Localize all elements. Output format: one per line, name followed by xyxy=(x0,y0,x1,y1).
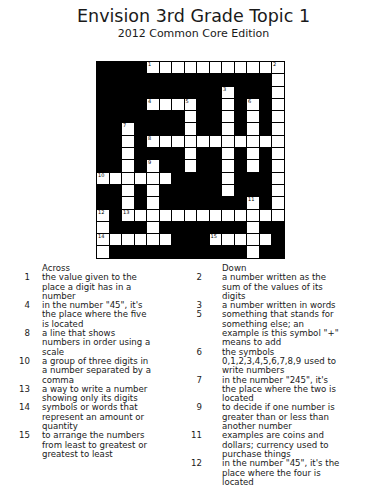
letter-cell-r7c12[interactable] xyxy=(235,136,247,147)
letter-cell-r15c10[interactable]: 15 xyxy=(210,234,222,245)
letter-cell-r7c5[interactable]: 8 xyxy=(147,136,159,147)
block-cell-r4c3 xyxy=(122,99,134,110)
letter-cell-r13c12[interactable] xyxy=(235,210,247,221)
block-cell-r8c10 xyxy=(210,148,222,159)
block-cell-r12c7 xyxy=(172,197,184,208)
letter-cell-r7c6[interactable] xyxy=(160,136,172,147)
block-cell-r9c7 xyxy=(172,160,184,171)
block-cell-r2c11 xyxy=(222,74,234,85)
letter-cell-r15c12[interactable] xyxy=(235,234,247,245)
block-cell-r8c6 xyxy=(160,148,172,159)
letter-cell-r1c7[interactable] xyxy=(172,62,184,73)
block-cell-r12c1 xyxy=(97,197,109,208)
letter-cell-r15c13[interactable] xyxy=(247,234,259,245)
letter-cell-r5c15[interactable] xyxy=(272,111,284,122)
clue-number: 13 xyxy=(12,385,30,394)
block-cell-r5c4 xyxy=(135,111,147,122)
letter-cell-r10c11[interactable] xyxy=(222,173,234,184)
clue-across-8: 8a line that shows numbers in order usin… xyxy=(12,329,180,357)
block-cell-r14c4 xyxy=(135,222,147,233)
block-cell-r6c5 xyxy=(147,123,159,134)
letter-cell-r15c14[interactable] xyxy=(260,234,272,245)
letter-cell-r8c3[interactable] xyxy=(122,148,134,159)
block-cell-r4c1 xyxy=(97,99,109,110)
letter-cell-r13c11[interactable] xyxy=(222,210,234,221)
letter-cell-r8c13[interactable] xyxy=(247,148,259,159)
letter-cell-r12c3[interactable] xyxy=(122,197,134,208)
block-cell-r16c10 xyxy=(210,246,222,257)
block-cell-r9c1 xyxy=(97,160,109,171)
letter-cell-r13c4[interactable] xyxy=(135,210,147,221)
clue-text: in the number "245", it's the place wher… xyxy=(222,376,368,404)
letter-cell-r7c15[interactable] xyxy=(272,136,284,147)
letter-cell-r1c15[interactable]: 2 xyxy=(272,62,284,73)
block-cell-r16c9 xyxy=(197,246,209,257)
block-cell-r1c2 xyxy=(110,62,122,73)
block-cell-r3c1 xyxy=(97,87,109,98)
letter-cell-r11c11[interactable] xyxy=(222,185,234,196)
block-cell-r2c2 xyxy=(110,74,122,85)
clue-across-1: 1the value given to the place a digit ha… xyxy=(12,273,180,301)
cell-number-6: 6 xyxy=(248,99,251,104)
block-cell-r16c11 xyxy=(222,246,234,257)
cell-number-11: 11 xyxy=(248,197,254,202)
block-cell-r10c7 xyxy=(172,173,184,184)
clue-number: 8 xyxy=(12,329,30,338)
block-cell-r4c14 xyxy=(260,99,272,110)
letter-cell-r6c11[interactable] xyxy=(222,123,234,134)
clue-number: 10 xyxy=(12,357,30,366)
cell-number-5: 5 xyxy=(186,99,189,104)
cell-number-12: 12 xyxy=(98,210,104,215)
block-cell-r6c1 xyxy=(97,123,109,134)
letter-cell-r1c11[interactable] xyxy=(222,62,234,73)
letter-cell-r14c13[interactable] xyxy=(247,222,259,233)
clue-down-6: 6the symbols 0,1,2,3,4,5,6,7,8,9 used to… xyxy=(184,348,370,376)
block-cell-r11c1 xyxy=(97,185,109,196)
letter-cell-r7c9[interactable] xyxy=(197,136,209,147)
block-cell-r12c4 xyxy=(135,197,147,208)
letter-cell-r7c7[interactable] xyxy=(172,136,184,147)
across-clues-column: Across 1the value given to the place a d… xyxy=(12,264,180,459)
clue-number: 6 xyxy=(184,348,202,357)
block-cell-r3c3 xyxy=(122,87,134,98)
clue-text: a line that shows numbers in order using… xyxy=(42,329,178,357)
block-cell-r2c9 xyxy=(197,74,209,85)
letter-cell-r14c5[interactable] xyxy=(147,222,159,233)
letter-cell-r4c8[interactable]: 5 xyxy=(185,99,197,110)
block-cell-r2c8 xyxy=(185,74,197,85)
letter-cell-r12c5[interactable] xyxy=(147,197,159,208)
block-cell-r11c4 xyxy=(135,185,147,196)
block-cell-r5c10 xyxy=(210,111,222,122)
block-cell-r2c6 xyxy=(160,74,172,85)
block-cell-r12c6 xyxy=(160,197,172,208)
letter-cell-r13c6[interactable] xyxy=(160,210,172,221)
letter-cell-r4c6[interactable] xyxy=(160,99,172,110)
block-cell-r2c4 xyxy=(135,74,147,85)
clue-number: 12 xyxy=(184,459,202,468)
cell-number-7: 7 xyxy=(123,123,126,128)
block-cell-r12c8 xyxy=(185,197,197,208)
block-cell-r3c6 xyxy=(160,87,172,98)
page-subtitle: 2012 Common Core Edition xyxy=(0,27,387,40)
block-cell-r9c12 xyxy=(235,160,247,171)
letter-cell-r1c6[interactable] xyxy=(160,62,172,73)
letter-cell-r4c15[interactable] xyxy=(272,99,284,110)
letter-cell-r7c13[interactable] xyxy=(247,136,259,147)
letter-cell-r4c7[interactable] xyxy=(172,99,184,110)
clue-down-12: 12in the number "45", it's the place whe… xyxy=(184,459,370,487)
block-cell-r11c10 xyxy=(210,185,222,196)
clue-text: a number written as the sum of the value… xyxy=(222,273,368,301)
letter-cell-r4c11[interactable] xyxy=(222,99,234,110)
block-cell-r3c7 xyxy=(172,87,184,98)
block-cell-r2c14 xyxy=(260,74,272,85)
block-cell-r14c10 xyxy=(210,222,222,233)
letter-cell-r11c15[interactable] xyxy=(272,185,284,196)
letter-cell-r8c15[interactable] xyxy=(272,148,284,159)
block-cell-r9c14 xyxy=(260,160,272,171)
clue-text: a way to write a number showing only its… xyxy=(42,385,178,404)
block-cell-r14c15 xyxy=(272,222,284,233)
block-cell-r11c2 xyxy=(110,185,122,196)
clue-text: to arrange the numbers from least to gre… xyxy=(42,431,178,459)
clue-across-13: 13a way to write a number showing only i… xyxy=(12,385,180,404)
block-cell-r1c1 xyxy=(97,62,109,73)
block-cell-r5c1 xyxy=(97,111,109,122)
letter-cell-r3c11[interactable]: 3 xyxy=(222,87,234,98)
block-cell-r2c3 xyxy=(122,74,134,85)
block-cell-r8c2 xyxy=(110,148,122,159)
letter-cell-r7c11[interactable] xyxy=(222,136,234,147)
block-cell-r15c9 xyxy=(197,234,209,245)
block-cell-r10c9 xyxy=(197,173,209,184)
block-cell-r11c6 xyxy=(160,185,172,196)
letter-cell-r8c8[interactable] xyxy=(185,148,197,159)
letter-cell-r3c15[interactable] xyxy=(272,87,284,98)
block-cell-r12c12 xyxy=(235,197,247,208)
letter-cell-r9c13[interactable] xyxy=(247,160,259,171)
block-cell-r6c9 xyxy=(197,123,209,134)
block-cell-r10c14 xyxy=(260,173,272,184)
clue-down-7: 7in the number "245", it's the place whe… xyxy=(184,376,370,404)
block-cell-r16c3 xyxy=(122,246,134,257)
clue-text: symbols or words that represent an amoun… xyxy=(42,403,178,431)
block-cell-r10c13 xyxy=(247,173,259,184)
letter-cell-r10c2[interactable] xyxy=(110,173,122,184)
letter-cell-r7c14[interactable] xyxy=(260,136,272,147)
letter-cell-r1c10[interactable] xyxy=(210,62,222,73)
letter-cell-r5c8[interactable] xyxy=(185,111,197,122)
letter-cell-r13c8[interactable] xyxy=(185,210,197,221)
letter-cell-r9c3[interactable] xyxy=(122,160,134,171)
block-cell-r14c9 xyxy=(197,222,209,233)
block-cell-r11c12 xyxy=(235,185,247,196)
block-cell-r11c7 xyxy=(172,185,184,196)
letter-cell-r14c1[interactable] xyxy=(97,222,109,233)
cell-number-1: 1 xyxy=(148,62,151,67)
block-cell-r15c15 xyxy=(272,234,284,245)
letter-cell-r13c10[interactable] xyxy=(210,210,222,221)
block-cell-r5c7 xyxy=(172,111,184,122)
cell-number-9: 9 xyxy=(148,160,151,165)
cell-number-2: 2 xyxy=(273,62,276,67)
letter-cell-r13c1[interactable]: 12 xyxy=(97,210,109,221)
letter-cell-r9c15[interactable] xyxy=(272,160,284,171)
clue-down-5: 5something that stands for something els… xyxy=(184,310,370,347)
block-cell-r4c4 xyxy=(135,99,147,110)
block-cell-r3c9 xyxy=(197,87,209,98)
block-cell-r3c12 xyxy=(235,87,247,98)
letter-cell-r13c7[interactable] xyxy=(172,210,184,221)
block-cell-r9c6 xyxy=(160,160,172,171)
letter-cell-r9c11[interactable] xyxy=(222,160,234,171)
block-cell-r16c7 xyxy=(172,246,184,257)
block-cell-r16c5 xyxy=(147,246,159,257)
block-cell-r6c6 xyxy=(160,123,172,134)
letter-cell-r10c4[interactable] xyxy=(135,173,147,184)
block-cell-r14c12 xyxy=(235,222,247,233)
block-cell-r5c12 xyxy=(235,111,247,122)
letter-cell-r15c2[interactable] xyxy=(110,234,122,245)
block-cell-r1c4 xyxy=(135,62,147,73)
clue-across-14: 14symbols or words that represent an amo… xyxy=(12,403,180,431)
block-cell-r2c7 xyxy=(172,74,184,85)
block-cell-r10c8 xyxy=(185,173,197,184)
page-title: Envision 3rd Grade Topic 1 xyxy=(0,6,387,27)
clue-down-2: 2a number written as the sum of the valu… xyxy=(184,273,370,301)
letter-cell-r15c3[interactable] xyxy=(122,234,134,245)
block-cell-r13c2 xyxy=(110,210,122,221)
letter-cell-r9c8[interactable] xyxy=(185,160,197,171)
block-cell-r9c9 xyxy=(197,160,209,171)
letter-cell-r11c3[interactable] xyxy=(122,185,134,196)
clue-text: in the number "45", it's the place where… xyxy=(42,301,178,329)
block-cell-r4c2 xyxy=(110,99,122,110)
letter-cell-r15c11[interactable] xyxy=(222,234,234,245)
letter-cell-r7c10[interactable] xyxy=(210,136,222,147)
clue-number: 15 xyxy=(12,431,30,440)
block-cell-r6c14 xyxy=(260,123,272,134)
block-cell-r8c4 xyxy=(135,148,147,159)
letter-cell-r13c13[interactable] xyxy=(247,210,259,221)
letter-cell-r1c5[interactable]: 1 xyxy=(147,62,159,73)
block-cell-r5c2 xyxy=(110,111,122,122)
block-cell-r9c2 xyxy=(110,160,122,171)
clue-number: 9 xyxy=(184,403,202,412)
block-cell-r6c10 xyxy=(210,123,222,134)
letter-cell-r5c11[interactable] xyxy=(222,111,234,122)
block-cell-r14c14 xyxy=(260,222,272,233)
block-cell-r12c10 xyxy=(210,197,222,208)
letter-cell-r10c15[interactable] xyxy=(272,173,284,184)
letter-cell-r6c15[interactable] xyxy=(272,123,284,134)
letter-cell-r5c13[interactable] xyxy=(247,111,259,122)
letter-cell-r10c6[interactable] xyxy=(160,173,172,184)
clue-across-10: 10a group of three digits in a number se… xyxy=(12,357,180,385)
block-cell-r8c12 xyxy=(235,148,247,159)
letter-cell-r15c4[interactable] xyxy=(135,234,147,245)
letter-cell-r15c6[interactable] xyxy=(160,234,172,245)
block-cell-r7c1 xyxy=(97,136,109,147)
block-cell-r2c1 xyxy=(97,74,109,85)
block-cell-r5c14 xyxy=(260,111,272,122)
letter-cell-r10c5[interactable] xyxy=(147,173,159,184)
block-cell-r3c10 xyxy=(210,87,222,98)
clue-down-9: 9to decide if one number is greater than… xyxy=(184,403,370,431)
letter-cell-r10c1[interactable]: 10 xyxy=(97,173,109,184)
block-cell-r16c2 xyxy=(110,246,122,257)
clue-down-11: 11examples are coins and dollars; curren… xyxy=(184,431,370,459)
clue-text: the symbols 0,1,2,3,4,5,6,7,8,9 used to … xyxy=(222,348,368,376)
clue-number: 4 xyxy=(12,301,30,310)
letter-cell-r15c5[interactable] xyxy=(147,234,159,245)
block-cell-r14c6 xyxy=(160,222,172,233)
cell-number-14: 14 xyxy=(98,234,104,239)
letter-cell-r10c3[interactable] xyxy=(122,173,134,184)
block-cell-r10c10 xyxy=(210,173,222,184)
block-cell-r8c5 xyxy=(147,148,159,159)
letter-cell-r16c1[interactable] xyxy=(97,246,109,257)
block-cell-r10c12 xyxy=(235,173,247,184)
block-cell-r5c3 xyxy=(122,111,134,122)
block-cell-r16c15 xyxy=(272,246,284,257)
letter-cell-r13c15[interactable] xyxy=(272,210,284,221)
block-cell-r5c5 xyxy=(147,111,159,122)
letter-cell-r1c8[interactable] xyxy=(185,62,197,73)
letter-cell-r11c5[interactable] xyxy=(147,185,159,196)
block-cell-r14c11 xyxy=(222,222,234,233)
block-cell-r16c12 xyxy=(235,246,247,257)
letter-cell-r13c14[interactable] xyxy=(260,210,272,221)
letter-cell-r1c13[interactable] xyxy=(247,62,259,73)
block-cell-r8c14 xyxy=(260,148,272,159)
letter-cell-r16c13[interactable] xyxy=(247,246,259,257)
clue-text: in the number "45", it's the place where… xyxy=(222,459,368,487)
block-cell-r14c7 xyxy=(172,222,184,233)
cell-number-15: 15 xyxy=(211,234,217,239)
block-cell-r12c11 xyxy=(222,197,234,208)
block-cell-r3c2 xyxy=(110,87,122,98)
block-cell-r6c7 xyxy=(172,123,184,134)
cell-number-10: 10 xyxy=(98,173,104,178)
block-cell-r11c14 xyxy=(260,185,272,196)
block-cell-r15c8 xyxy=(185,234,197,245)
letter-cell-r6c8[interactable] xyxy=(185,123,197,134)
block-cell-r9c10 xyxy=(210,160,222,171)
cell-number-8: 8 xyxy=(148,136,151,141)
clue-text: to decide if one number is greater than … xyxy=(222,403,368,431)
clue-number: 2 xyxy=(184,273,202,282)
letter-cell-r15c1[interactable]: 14 xyxy=(97,234,109,245)
block-cell-r11c8 xyxy=(185,185,197,196)
block-cell-r4c10 xyxy=(210,99,222,110)
block-cell-r7c4 xyxy=(135,136,147,147)
block-cell-r14c2 xyxy=(110,222,122,233)
clue-text: something that stands for something else… xyxy=(222,310,368,347)
letter-cell-r7c8[interactable] xyxy=(185,136,197,147)
letter-cell-r12c15[interactable] xyxy=(272,197,284,208)
letter-cell-r9c5[interactable]: 9 xyxy=(147,160,159,171)
block-cell-r3c8 xyxy=(185,87,197,98)
letter-cell-r1c12[interactable] xyxy=(235,62,247,73)
block-cell-r15c7 xyxy=(172,234,184,245)
letter-cell-r8c11[interactable] xyxy=(222,148,234,159)
block-cell-r3c14 xyxy=(260,87,272,98)
letter-cell-r12c13[interactable]: 11 xyxy=(247,197,259,208)
letter-cell-r4c5[interactable]: 4 xyxy=(147,99,159,110)
cell-number-3: 3 xyxy=(223,87,226,92)
block-cell-r6c12 xyxy=(235,123,247,134)
cell-number-13: 13 xyxy=(123,210,129,215)
block-cell-r7c2 xyxy=(110,136,122,147)
across-clue-list: 1the value given to the place a digit ha… xyxy=(12,273,180,459)
block-cell-r3c4 xyxy=(135,87,147,98)
letter-cell-r1c9[interactable] xyxy=(197,62,209,73)
block-cell-r2c13 xyxy=(247,74,259,85)
block-cell-r11c13 xyxy=(247,185,259,196)
letter-cell-r7c3[interactable] xyxy=(122,136,134,147)
block-cell-r2c12 xyxy=(235,74,247,85)
clue-text: a group of three digits in a number sepa… xyxy=(42,357,178,385)
block-cell-r12c14 xyxy=(260,197,272,208)
clue-number: 1 xyxy=(12,273,30,282)
clue-across-15: 15to arrange the numbers from least to g… xyxy=(12,431,180,459)
clue-text: examples are coins and dollars; currency… xyxy=(222,431,368,459)
block-cell-r16c14 xyxy=(260,246,272,257)
clue-across-4: 4in the number "45", it's the place wher… xyxy=(12,301,180,329)
letter-cell-r1c14[interactable] xyxy=(260,62,272,73)
block-cell-r8c9 xyxy=(197,148,209,159)
block-cell-r11c9 xyxy=(197,185,209,196)
letter-cell-r6c3[interactable]: 7 xyxy=(122,123,134,134)
block-cell-r5c6 xyxy=(160,111,172,122)
clue-number: 11 xyxy=(184,431,202,440)
clue-text: the value given to the place a digit has… xyxy=(42,273,178,301)
down-clues-column: Down 2a number written as the sum of the… xyxy=(184,264,370,487)
letter-cell-r13c9[interactable] xyxy=(197,210,209,221)
clue-number: 7 xyxy=(184,376,202,385)
block-cell-r14c8 xyxy=(185,222,197,233)
block-cell-r4c12 xyxy=(235,99,247,110)
block-cell-r9c4 xyxy=(135,160,147,171)
block-cell-r3c5 xyxy=(147,87,159,98)
block-cell-r8c7 xyxy=(172,148,184,159)
clue-number: 5 xyxy=(184,310,202,319)
block-cell-r2c10 xyxy=(210,74,222,85)
block-cell-r16c8 xyxy=(185,246,197,257)
block-cell-r16c4 xyxy=(135,246,147,257)
crossword-grid: 123456789101112131415 xyxy=(96,61,285,259)
block-cell-r1c3 xyxy=(122,62,134,73)
letter-cell-r13c3[interactable]: 13 xyxy=(122,210,134,221)
letter-cell-r2c15[interactable] xyxy=(272,74,284,85)
down-clue-list: 2a number written as the sum of the valu… xyxy=(184,273,370,487)
block-cell-r12c9 xyxy=(197,197,209,208)
block-cell-r8c1 xyxy=(97,148,109,159)
block-cell-r14c3 xyxy=(122,222,134,233)
clue-number: 14 xyxy=(12,403,30,412)
block-cell-r6c4 xyxy=(135,123,147,134)
block-cell-r4c9 xyxy=(197,99,209,110)
block-cell-r5c9 xyxy=(197,111,209,122)
block-cell-r3c13 xyxy=(247,87,259,98)
letter-cell-r4c13[interactable]: 6 xyxy=(247,99,259,110)
block-cell-r2c5 xyxy=(147,74,159,85)
letter-cell-r6c13[interactable] xyxy=(247,123,259,134)
letter-cell-r13c5[interactable] xyxy=(147,210,159,221)
